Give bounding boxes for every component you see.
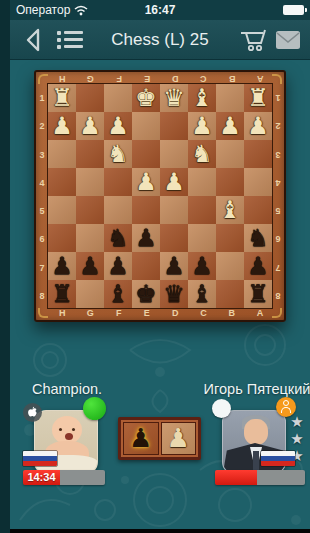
white-pawn[interactable]: ♟	[107, 112, 129, 140]
rank-label: 3	[273, 141, 283, 169]
rank-label: 6	[37, 225, 47, 253]
white-queen[interactable]: ♛	[163, 84, 185, 112]
board-square-c3[interactable]: ♞	[188, 140, 216, 168]
file-label: A	[246, 73, 274, 84]
rating-star-icon: ★	[288, 414, 306, 431]
right-player-flag-russia	[260, 450, 296, 467]
black-pawn[interactable]: ♟	[163, 252, 185, 280]
board-square-a3[interactable]	[244, 140, 272, 168]
black-pawn[interactable]: ♟	[191, 252, 213, 280]
board-square-d3[interactable]	[160, 140, 188, 168]
file-label: G	[76, 73, 104, 84]
file-label: D	[161, 308, 189, 319]
file-label: E	[133, 308, 161, 319]
board-square-f5[interactable]	[104, 196, 132, 224]
rating-star-icon: ★	[288, 431, 306, 448]
board-square-f7[interactable]: ♟	[104, 252, 132, 280]
shop-button[interactable]	[238, 26, 268, 54]
board-square-d2[interactable]	[160, 112, 188, 140]
left-player-flag-russia	[22, 450, 58, 467]
file-label: A	[246, 308, 274, 319]
black-rook[interactable]: ♜	[247, 280, 269, 308]
white-pawn-icon: ♟	[167, 422, 190, 455]
board-corner-ornament	[38, 74, 48, 84]
file-label: H	[48, 308, 76, 319]
black-pawn-icon: ♟	[129, 422, 152, 455]
rank-label: 5	[37, 197, 47, 225]
file-labels-bottom: HGFEDCBA	[48, 308, 274, 319]
black-queen[interactable]: ♛	[163, 280, 185, 308]
board-square-e6[interactable]: ♟	[132, 224, 160, 252]
board-square-e3[interactable]	[132, 140, 160, 168]
board-square-d1[interactable]: ♛	[160, 84, 188, 112]
white-pawn[interactable]: ♟	[163, 168, 185, 196]
rank-label: 6	[273, 225, 283, 253]
apple-platform-badge	[23, 403, 42, 422]
black-bishop[interactable]: ♝	[191, 280, 213, 308]
board-square-g8[interactable]	[76, 280, 104, 308]
board-square-e2[interactable]	[132, 112, 160, 140]
board-square-d8[interactable]: ♛	[160, 280, 188, 308]
status-bar: Оператор 16:47	[10, 0, 310, 20]
left-player-name: Champion.	[12, 381, 122, 397]
black-knight[interactable]: ♞	[107, 224, 129, 252]
right-player-clock	[215, 470, 305, 485]
battery-icon	[283, 5, 304, 15]
board-square-h2[interactable]: ♟	[48, 112, 76, 140]
offline-status-dot	[212, 399, 231, 418]
white-king[interactable]: ♚	[135, 84, 157, 112]
chess-board: HGFEDCBA HGFEDCBA 12345678 12345678 ♜♚♛♝…	[34, 70, 286, 322]
board-square-f4[interactable]	[104, 168, 132, 196]
board-square-e1[interactable]: ♚	[132, 84, 160, 112]
file-label: E	[133, 73, 161, 84]
board-square-c4[interactable]	[188, 168, 216, 196]
right-player-name: Игорь Пятецкий	[202, 381, 310, 397]
rank-label: 4	[273, 169, 283, 197]
white-knight[interactable]: ♞	[107, 140, 129, 168]
board-square-h4[interactable]	[48, 168, 76, 196]
white-pawn[interactable]: ♟	[191, 112, 213, 140]
white-pawn[interactable]: ♟	[79, 112, 101, 140]
rank-labels-right: 12345678	[273, 84, 283, 310]
board-square-d7[interactable]: ♟	[160, 252, 188, 280]
black-pawn[interactable]: ♟	[51, 252, 73, 280]
board-square-a5[interactable]	[244, 196, 272, 224]
board-square-a2[interactable]: ♟	[244, 112, 272, 140]
board-square-g4[interactable]	[76, 168, 104, 196]
board-square-g2[interactable]: ♟	[76, 112, 104, 140]
file-label: B	[218, 73, 246, 84]
left-player-clock: 14:34	[23, 470, 105, 485]
black-king[interactable]: ♚	[135, 280, 157, 308]
white-pawn[interactable]: ♟	[51, 112, 73, 140]
board-square-c2[interactable]: ♟	[188, 112, 216, 140]
rank-label: 4	[37, 169, 47, 197]
file-label: D	[161, 73, 189, 84]
chess-app-screen: Оператор 16:47 Chess (L) 25	[10, 0, 310, 533]
rank-label: 3	[37, 141, 47, 169]
white-bishop[interactable]: ♝	[219, 196, 241, 224]
white-knight[interactable]: ♞	[191, 140, 213, 168]
file-label: H	[48, 73, 76, 84]
black-pawn[interactable]: ♟	[135, 224, 157, 252]
board-square-g3[interactable]	[76, 140, 104, 168]
board-square-g6[interactable]	[76, 224, 104, 252]
board-square-b3[interactable]	[216, 140, 244, 168]
file-label: C	[189, 73, 217, 84]
white-bishop[interactable]: ♝	[191, 84, 213, 112]
board-square-d6[interactable]	[160, 224, 188, 252]
board-square-e5[interactable]	[132, 196, 160, 224]
board-square-d4[interactable]: ♟	[160, 168, 188, 196]
white-side-cell: ♟	[161, 422, 197, 455]
black-pawn[interactable]: ♟	[79, 252, 101, 280]
left-time-remaining: 14:34	[23, 470, 60, 485]
board-square-f3[interactable]: ♞	[104, 140, 132, 168]
board-square-e8[interactable]: ♚	[132, 280, 160, 308]
black-pawn[interactable]: ♟	[247, 252, 269, 280]
board-square-a1[interactable]: ♜	[244, 84, 272, 112]
board-square-a8[interactable]: ♜	[244, 280, 272, 308]
board-square-g1[interactable]	[76, 84, 104, 112]
black-side-cell: ♟	[123, 422, 159, 455]
board-square-f1[interactable]	[104, 84, 132, 112]
rank-label: 7	[37, 254, 47, 282]
messages-envelope-icon	[275, 30, 301, 50]
file-labels-top: HGFEDCBA	[48, 73, 274, 84]
baby-photo	[52, 416, 82, 444]
messages-button[interactable]	[274, 26, 302, 54]
board-square-h8[interactable]: ♜	[48, 280, 76, 308]
rank-label: 1	[37, 84, 47, 112]
board-square-f6[interactable]: ♞	[104, 224, 132, 252]
board-square-h1[interactable]: ♜	[48, 84, 76, 112]
board-square-f8[interactable]: ♝	[104, 280, 132, 308]
board-square-h5[interactable]	[48, 196, 76, 224]
black-knight[interactable]: ♞	[247, 224, 269, 252]
board-squares: ♜♚♛♝♜♟♟♟♟♟♟♞♞♟♟♝♞♟♞♟♟♟♟♟♟♜♝♚♛♝♜	[47, 83, 273, 309]
board-square-c1[interactable]: ♝	[188, 84, 216, 112]
board-square-b7[interactable]	[216, 252, 244, 280]
file-label: B	[218, 308, 246, 319]
white-pawn[interactable]: ♟	[219, 112, 241, 140]
rank-label: 8	[273, 282, 283, 310]
shop-cart-icon	[239, 27, 267, 53]
board-square-g7[interactable]: ♟	[76, 252, 104, 280]
bottom-strip	[10, 529, 310, 533]
white-pawn[interactable]: ♟	[247, 112, 269, 140]
board-square-b8[interactable]	[216, 280, 244, 308]
apple-icon	[27, 406, 38, 419]
board-square-b6[interactable]	[216, 224, 244, 252]
board-square-g5[interactable]	[76, 196, 104, 224]
board-square-c8[interactable]: ♝	[188, 280, 216, 308]
board-square-h6[interactable]	[48, 224, 76, 252]
board-square-b2[interactable]: ♟	[216, 112, 244, 140]
board-square-b5[interactable]: ♝	[216, 196, 244, 224]
board-square-h3[interactable]	[48, 140, 76, 168]
white-rook[interactable]: ♜	[51, 84, 73, 112]
board-square-a4[interactable]	[244, 168, 272, 196]
board-square-e4[interactable]: ♟	[132, 168, 160, 196]
white-rook[interactable]: ♜	[247, 84, 269, 112]
board-square-a7[interactable]: ♟	[244, 252, 272, 280]
clock-time: 16:47	[10, 3, 310, 17]
side-indicator-panel: ♟ ♟	[118, 417, 201, 460]
black-rook[interactable]: ♜	[51, 280, 73, 308]
odnoklassniki-icon	[283, 400, 289, 406]
rank-label: 1	[273, 84, 283, 112]
file-label: F	[105, 73, 133, 84]
rank-labels-left: 12345678	[37, 84, 47, 310]
file-label: F	[105, 308, 133, 319]
file-label: G	[76, 308, 104, 319]
board-square-b4[interactable]	[216, 168, 244, 196]
board-square-c7[interactable]: ♟	[188, 252, 216, 280]
rank-label: 2	[273, 112, 283, 140]
board-square-b1[interactable]	[216, 84, 244, 112]
nav-bar: Chess (L) 25	[10, 20, 310, 60]
rank-label: 7	[273, 254, 283, 282]
online-status-dot	[83, 397, 106, 420]
board-square-d5[interactable]	[160, 196, 188, 224]
white-pawn[interactable]: ♟	[135, 168, 157, 196]
board-square-f2[interactable]: ♟	[104, 112, 132, 140]
black-pawn[interactable]: ♟	[107, 252, 129, 280]
black-bishop[interactable]: ♝	[107, 280, 129, 308]
board-square-e7[interactable]	[132, 252, 160, 280]
right-time-bar	[215, 470, 257, 485]
file-label: C	[189, 308, 217, 319]
board-square-c6[interactable]	[188, 224, 216, 252]
board-square-h7[interactable]: ♟	[48, 252, 76, 280]
board-square-a6[interactable]: ♞	[244, 224, 272, 252]
board-square-c5[interactable]	[188, 196, 216, 224]
rank-label: 5	[273, 197, 283, 225]
rank-label: 2	[37, 112, 47, 140]
rank-label: 8	[37, 282, 47, 310]
